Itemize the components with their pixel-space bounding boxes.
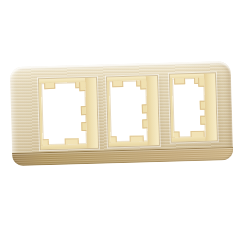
- product-photo: [0, 0, 240, 240]
- liner-clip-tab: [142, 104, 147, 113]
- liner-clip-tab: [111, 136, 117, 142]
- liner-clip-tab: [174, 131, 180, 137]
- frame-front-face: [10, 61, 234, 166]
- frame-opening-1: [39, 78, 98, 150]
- opening-hole: [41, 82, 87, 145]
- liner-clip-tab: [81, 106, 86, 115]
- liner-clip-tab: [200, 116, 205, 125]
- frame-bottom-side-edge: [12, 147, 233, 166]
- liner-clip-tab: [174, 78, 185, 84]
- frame-opening-2: [107, 76, 159, 146]
- liner-clip-tab: [142, 120, 147, 129]
- liner-clip-tab: [190, 131, 204, 137]
- liner-clip-tab: [44, 83, 55, 89]
- liner-clip-tab: [81, 122, 86, 131]
- liner-clip-tab: [43, 139, 49, 145]
- liner-clip-tab: [130, 135, 144, 141]
- liner-clip-tab: [65, 138, 79, 144]
- liner-corner-step: [198, 78, 204, 87]
- frame-opening-3: [170, 73, 217, 141]
- liner-corner-step: [79, 82, 85, 91]
- liner-clip-tab: [112, 81, 123, 87]
- liner-corner-step: [140, 80, 146, 89]
- liner-clip-tab: [200, 100, 205, 109]
